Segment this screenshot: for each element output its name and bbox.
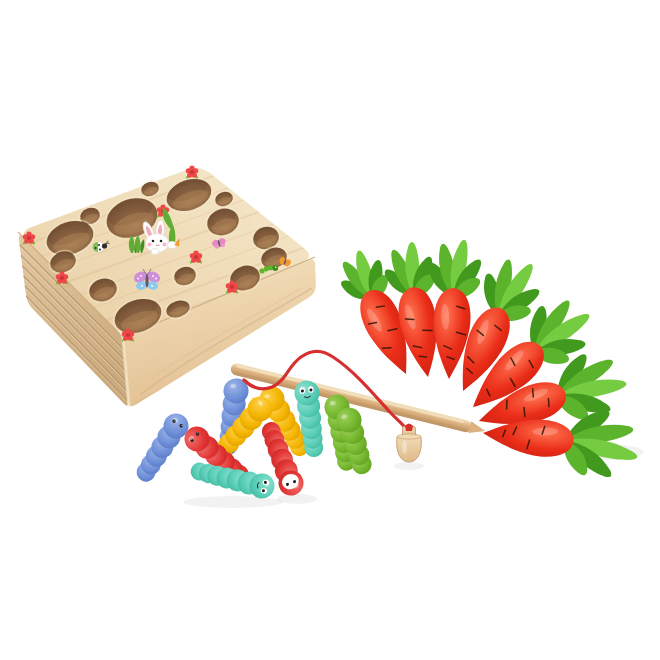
soft-shadow bbox=[183, 496, 283, 508]
soft-shadow bbox=[394, 462, 424, 470]
product-photo-stage bbox=[0, 0, 660, 660]
toy-product-photo bbox=[0, 0, 660, 660]
soft-shadow bbox=[277, 494, 317, 504]
